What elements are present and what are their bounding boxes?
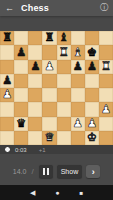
piece-white-rook: ♜ [101,60,111,72]
square-h3[interactable]: ♟ [99,102,113,116]
square-e5[interactable] [57,74,71,88]
status-strip: 0:03 +1 [0,145,113,154]
square-d4[interactable] [42,88,56,102]
square-e3[interactable] [57,102,71,116]
engine-controls: 14.0 / Show › [0,154,113,187]
square-c5[interactable] [28,74,42,88]
piece-white-rook: ♜ [58,46,68,58]
square-a3[interactable] [0,102,14,116]
piece-white-king: ♚ [87,132,97,144]
square-f3[interactable] [71,102,85,116]
piece-black-pawn: ♟ [87,60,97,72]
square-g5[interactable] [85,74,99,88]
show-button[interactable]: Show [57,165,83,178]
square-h7[interactable] [99,45,113,59]
square-e8[interactable]: ♝ [57,31,71,45]
square-c1[interactable] [28,131,42,145]
piece-white-pawn: ♟ [101,103,111,115]
square-d8[interactable]: ♜ [42,31,56,45]
square-g1[interactable]: ♚ [85,131,99,145]
pause-icon [43,168,45,175]
piece-white-pawn: ♟ [2,89,12,101]
square-d2[interactable] [42,117,56,131]
square-b7[interactable]: ♟ [14,45,28,59]
square-f2[interactable]: ♟ [71,117,85,131]
square-h5[interactable] [99,74,113,88]
piece-black-rook: ♜ [44,32,54,44]
piece-black-pawn: ♟ [73,60,83,72]
clock-text: 0:03 [15,147,27,153]
android-home-icon[interactable]: ● [55,189,59,196]
square-a7[interactable] [0,45,14,59]
square-b6[interactable] [14,60,28,74]
piece-black-queen: ♛ [16,117,26,129]
square-f8[interactable] [71,31,85,45]
square-a2[interactable] [0,117,14,131]
square-d6[interactable]: ♟ [42,60,56,74]
app-bar: ← Chess ⓘ [0,0,113,16]
back-arrow-icon[interactable]: ← [5,4,14,13]
piece-black-pawn: ♟ [30,60,40,72]
android-back-icon[interactable]: ◀ [30,189,35,196]
square-c8[interactable] [28,31,42,45]
square-e7[interactable]: ♜ [57,45,71,59]
square-d7[interactable] [42,45,56,59]
square-f5[interactable] [71,74,85,88]
piece-black-king: ♚ [87,46,97,58]
square-g7[interactable]: ♚ [85,45,99,59]
square-h2[interactable] [99,117,113,131]
square-b4[interactable] [14,88,28,102]
square-h8[interactable] [99,31,113,45]
eval-text: +1 [39,147,46,153]
square-f4[interactable] [71,88,85,102]
square-a6[interactable] [0,60,14,74]
square-h4[interactable] [99,88,113,102]
square-c3[interactable] [28,102,42,116]
square-c7[interactable] [28,45,42,59]
square-a8[interactable]: ♜ [0,31,14,45]
square-e6[interactable] [57,60,71,74]
piece-black-pawn: ♟ [16,46,26,58]
square-a5[interactable]: ♟ [0,74,14,88]
pause-icon [47,168,49,175]
pause-button[interactable] [39,165,53,178]
square-f7[interactable]: ♝ [71,45,85,59]
piece-white-queen: ♛ [44,132,54,144]
square-e1[interactable] [57,131,71,145]
piece-white-pawn: ♟ [73,117,83,129]
next-move-button[interactable]: › [86,165,100,178]
square-g3[interactable] [85,102,99,116]
board-top-margin [0,16,113,31]
square-b8[interactable] [14,31,28,45]
square-g6[interactable]: ♟ [85,60,99,74]
square-h1[interactable] [99,131,113,145]
square-b3[interactable] [14,102,28,116]
info-icon[interactable]: ⓘ [100,4,108,12]
square-b2[interactable]: ♛ [14,117,28,131]
android-recents-icon[interactable]: ■ [79,190,83,196]
square-c6[interactable]: ♟ [28,60,42,74]
square-e4[interactable] [57,88,71,102]
android-nav-bar: ◀ ● ■ [0,185,113,200]
square-d5[interactable] [42,74,56,88]
app-title: Chess [21,3,49,13]
square-h6[interactable]: ♜ [99,60,113,74]
square-f6[interactable]: ♟ [71,60,85,74]
piece-white-pawn: ♟ [87,117,97,129]
square-e2[interactable] [57,117,71,131]
square-b1[interactable] [14,131,28,145]
square-d1[interactable]: ♛ [42,131,56,145]
engine-depth: 14.0 [13,168,27,175]
square-g2[interactable]: ♟ [85,117,99,131]
square-b5[interactable] [14,74,28,88]
square-g4[interactable] [85,88,99,102]
chess-board[interactable]: ♜♜♝♟♜♝♚♟♟♟♟♜♟♟♟♛♟♟♛♚ [0,31,113,145]
depth-separator: / [31,167,33,176]
piece-black-bishop: ♝ [58,32,68,44]
piece-black-rook: ♜ [2,32,12,44]
piece-white-pawn: ♟ [44,60,54,72]
square-c2[interactable] [28,117,42,131]
square-f1[interactable] [71,131,85,145]
square-a4[interactable]: ♟ [0,88,14,102]
piece-white-bishop: ♝ [73,46,83,58]
square-d3[interactable] [42,102,56,116]
square-a1[interactable] [0,131,14,145]
square-g8[interactable] [85,31,99,45]
square-c4[interactable] [28,88,42,102]
piece-black-pawn: ♟ [2,75,12,87]
turn-indicator-dot [4,146,11,153]
